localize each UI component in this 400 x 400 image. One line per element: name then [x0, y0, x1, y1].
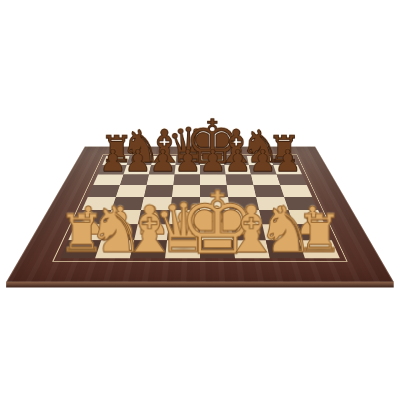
scene-perspective: ♜♞♝♛♚♝♞♜♟♟♟♟♟♟♟♟♟♟♟♟♟♟♟♟♜♞♝♛♚♝♞♜ [30, 30, 370, 370]
piece-white-rook-h1: ♜ [299, 240, 340, 258]
board-front-edge [6, 282, 394, 288]
square-h7: ♟ [273, 165, 302, 175]
square-a6 [93, 175, 123, 186]
chess-set-photo: ♜♞♝♛♚♝♞♜♟♟♟♟♟♟♟♟♟♟♟♟♟♟♟♟♜♞♝♛♚♝♞♜ [0, 0, 400, 400]
square-h1: ♜ [299, 240, 340, 258]
piece-black-pawn-h7: ♟ [273, 165, 302, 175]
chess-board: ♜♞♝♛♚♝♞♜♟♟♟♟♟♟♟♟♟♟♟♟♟♟♟♟♜♞♝♛♚♝♞♜ [6, 147, 394, 282]
board-squares-grid: ♜♞♝♛♚♝♞♜♟♟♟♟♟♟♟♟♟♟♟♟♟♟♟♟♜♞♝♛♚♝♞♜ [60, 156, 340, 258]
scene-scaler: ♜♞♝♛♚♝♞♜♟♟♟♟♟♟♟♟♟♟♟♟♟♟♟♟♜♞♝♛♚♝♞♜ [30, 30, 370, 370]
